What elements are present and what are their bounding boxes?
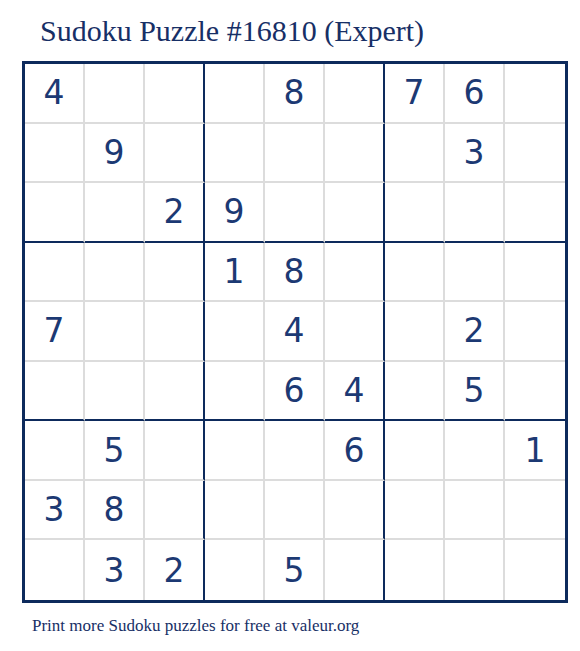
sudoku-cell xyxy=(445,540,505,600)
sudoku-cell: 7 xyxy=(385,64,445,124)
sudoku-cell xyxy=(505,124,565,184)
sudoku-cell xyxy=(445,243,505,303)
sudoku-cell xyxy=(85,302,145,362)
sudoku-cell xyxy=(25,362,85,422)
page: Sudoku Puzzle #16810 (Expert) 4876932918… xyxy=(0,14,580,636)
sudoku-cell: 3 xyxy=(25,481,85,541)
sudoku-cell xyxy=(445,421,505,481)
sudoku-cell: 4 xyxy=(265,302,325,362)
sudoku-cell xyxy=(145,362,205,422)
sudoku-cell xyxy=(505,540,565,600)
sudoku-cell xyxy=(445,481,505,541)
sudoku-cell xyxy=(325,302,385,362)
sudoku-cell xyxy=(85,362,145,422)
sudoku-cell xyxy=(145,302,205,362)
sudoku-cell xyxy=(325,540,385,600)
sudoku-cell: 6 xyxy=(445,64,505,124)
sudoku-cell: 9 xyxy=(85,124,145,184)
sudoku-cell: 4 xyxy=(325,362,385,422)
sudoku-cell xyxy=(325,124,385,184)
sudoku-cell xyxy=(205,302,265,362)
sudoku-cell xyxy=(25,183,85,243)
sudoku-cell: 3 xyxy=(85,540,145,600)
sudoku-cell: 9 xyxy=(205,183,265,243)
sudoku-cell xyxy=(25,421,85,481)
page-title: Sudoku Puzzle #16810 (Expert) xyxy=(40,14,580,47)
sudoku-cell: 6 xyxy=(265,362,325,422)
sudoku-cell xyxy=(505,362,565,422)
sudoku-cell: 6 xyxy=(325,421,385,481)
sudoku-cell xyxy=(505,302,565,362)
sudoku-cell: 5 xyxy=(85,421,145,481)
sudoku-cell xyxy=(205,421,265,481)
sudoku-cell: 2 xyxy=(445,302,505,362)
sudoku-cell: 8 xyxy=(85,481,145,541)
sudoku-cell xyxy=(145,64,205,124)
sudoku-cell: 7 xyxy=(25,302,85,362)
sudoku-cell xyxy=(505,183,565,243)
sudoku-cell xyxy=(265,481,325,541)
sudoku-cell xyxy=(325,183,385,243)
sudoku-cell xyxy=(85,243,145,303)
sudoku-cell: 1 xyxy=(205,243,265,303)
sudoku-cell: 8 xyxy=(265,243,325,303)
sudoku-cell xyxy=(325,481,385,541)
sudoku-cell: 5 xyxy=(445,362,505,422)
sudoku-cell: 1 xyxy=(505,421,565,481)
sudoku-cell xyxy=(205,481,265,541)
sudoku-cell xyxy=(505,481,565,541)
sudoku-cell: 8 xyxy=(265,64,325,124)
sudoku-cell xyxy=(265,421,325,481)
sudoku-cell xyxy=(85,64,145,124)
sudoku-cell xyxy=(205,540,265,600)
sudoku-cell xyxy=(385,124,445,184)
sudoku-cell: 3 xyxy=(445,124,505,184)
sudoku-cell xyxy=(205,124,265,184)
sudoku-cell xyxy=(145,421,205,481)
sudoku-cell xyxy=(385,362,445,422)
sudoku-cell: 4 xyxy=(25,64,85,124)
sudoku-cell xyxy=(385,481,445,541)
sudoku-cell xyxy=(145,243,205,303)
sudoku-cell xyxy=(25,124,85,184)
sudoku-cell: 2 xyxy=(145,540,205,600)
sudoku-cell xyxy=(25,540,85,600)
sudoku-cell xyxy=(25,243,85,303)
sudoku-cell: 2 xyxy=(145,183,205,243)
sudoku-cell xyxy=(85,183,145,243)
sudoku-cell xyxy=(385,243,445,303)
sudoku-cell xyxy=(145,481,205,541)
sudoku-cell xyxy=(205,64,265,124)
sudoku-cell xyxy=(325,64,385,124)
sudoku-cell xyxy=(385,540,445,600)
sudoku-cell xyxy=(385,302,445,362)
sudoku-cell xyxy=(445,183,505,243)
sudoku-cell xyxy=(205,362,265,422)
sudoku-cell: 5 xyxy=(265,540,325,600)
footer-text: Print more Sudoku puzzles for free at va… xyxy=(32,616,580,636)
sudoku-cell xyxy=(265,124,325,184)
sudoku-grid: 487693291874264556138325 xyxy=(22,61,568,603)
sudoku-cell xyxy=(385,183,445,243)
sudoku-cell xyxy=(505,64,565,124)
sudoku-cell xyxy=(385,421,445,481)
sudoku-cell xyxy=(145,124,205,184)
sudoku-cell xyxy=(265,183,325,243)
sudoku-cell xyxy=(505,243,565,303)
sudoku-cell xyxy=(325,243,385,303)
